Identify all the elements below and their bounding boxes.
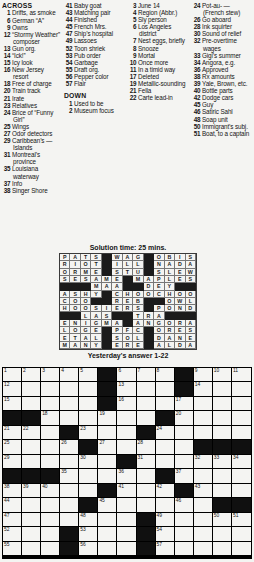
clue-text: Irate [12, 95, 24, 102]
clue-number: 44 [64, 16, 74, 23]
clue-text: Caribbean’s — Islands [12, 137, 52, 151]
puzzle-cell[interactable]: 49 [156, 513, 175, 527]
clue-text: Icy look [12, 59, 33, 66]
clue-item: 9Owns [2, 24, 61, 31]
puzzle-cell[interactable] [41, 542, 60, 556]
clue-number: 54 [64, 59, 74, 66]
clue-number: 51 [192, 130, 202, 137]
clue-text: Immigrant’s subj. [202, 123, 248, 130]
solution-letter-cell: R [144, 312, 154, 319]
puzzle-cell[interactable] [194, 513, 213, 527]
puzzle-cell[interactable]: 31 [137, 455, 156, 469]
puzzle-cell[interactable] [175, 440, 194, 454]
solution-letter-cell: L [165, 276, 175, 283]
puzzle-cell[interactable] [98, 426, 117, 440]
clue-item: 9Mortal [128, 52, 189, 59]
puzzle-cell[interactable]: 40 [41, 484, 60, 498]
clue-text: Louisiana waterway [12, 165, 39, 179]
puzzle-cell[interactable]: 23 [79, 426, 98, 440]
solution-letter-cell: G [81, 327, 91, 334]
puzzle-cell[interactable] [60, 411, 79, 425]
clue-number: 24 [192, 2, 202, 9]
cell-number: 52 [4, 527, 9, 533]
puzzle-cell[interactable] [41, 527, 60, 541]
puzzle-cell[interactable] [79, 382, 98, 396]
solution-letter-cell: S [60, 276, 70, 283]
clue-item: 23Relatives [2, 102, 61, 109]
solution-letter-cell: H [123, 291, 133, 298]
puzzle-cell[interactable] [137, 484, 156, 498]
clue-text: “Ick!” [12, 52, 25, 59]
solution-letter-cell: O [175, 291, 185, 298]
puzzle-cell[interactable] [137, 397, 156, 411]
clue-number: 33 [192, 52, 202, 59]
puzzle-cell[interactable] [194, 397, 213, 411]
clue-item: 45French Mrs. [64, 23, 125, 30]
cell-number: 13 [118, 382, 123, 388]
puzzle-cell[interactable] [213, 382, 232, 396]
clue-text: Toon shriek [74, 45, 105, 52]
puzzle-cell[interactable]: 15 [3, 397, 22, 411]
puzzle-cell[interactable] [232, 484, 251, 498]
solution-letter-cell: H [60, 305, 70, 312]
puzzle-cell[interactable] [194, 527, 213, 541]
solution-letter-cell: O [81, 261, 91, 268]
solution-letter-cell: R [175, 320, 185, 327]
solution-black-cell [144, 254, 154, 261]
solution-letter-cell: E [112, 276, 122, 283]
cell-number: 19 [99, 411, 104, 417]
puzzle-cell[interactable] [60, 382, 79, 396]
puzzle-cell[interactable]: 1 [3, 368, 22, 382]
puzzle-cell[interactable]: 3 [41, 368, 60, 382]
puzzle-cell[interactable] [232, 426, 251, 440]
clue-item: 3June 14 [128, 2, 189, 9]
puzzle-cell[interactable] [137, 382, 156, 396]
puzzle-cell[interactable]: 48 [79, 513, 98, 527]
puzzle-cell[interactable] [98, 469, 117, 483]
clue-text: Info [12, 180, 22, 187]
clue-text: Draft org. [74, 66, 99, 73]
clue-text: Finished [74, 16, 97, 23]
puzzle-cell[interactable]: 32 [194, 455, 213, 469]
solution-letter-cell: A [70, 254, 80, 261]
puzzle-cell[interactable] [156, 382, 175, 396]
puzzle-cell[interactable] [194, 542, 213, 556]
solution-letter-cell: E [70, 276, 80, 283]
clue-number: 19 [128, 80, 138, 87]
puzzle-cell[interactable]: 43 [194, 484, 213, 498]
solution-letter-cell: L [186, 298, 196, 305]
puzzle-cell[interactable] [232, 469, 251, 483]
clue-number: 13 [2, 45, 12, 52]
clue-text: Bottle parts [202, 87, 233, 94]
black-cell [22, 469, 41, 483]
clue-item: 51Boat, to a captain [192, 130, 252, 137]
solution-letter-cell: A [123, 254, 133, 261]
solution-letter-cell: R [70, 269, 80, 276]
puzzle-cell[interactable]: 25 [3, 440, 22, 454]
puzzle-cell[interactable] [41, 455, 60, 469]
puzzle-cell[interactable]: 30 [79, 455, 98, 469]
puzzle-cell[interactable]: 19 [98, 411, 117, 425]
puzzle-cell[interactable]: 6 [117, 368, 136, 382]
puzzle-cell[interactable] [213, 411, 232, 425]
puzzle-cell[interactable]: 46 [175, 498, 194, 512]
black-cell [3, 469, 22, 483]
solution-letter-cell: L [133, 334, 143, 341]
black-cell [194, 440, 213, 454]
solution-letter-cell: M [133, 276, 143, 283]
clue-number: 45 [192, 101, 202, 108]
solution-letter-cell: M [81, 269, 91, 276]
clue-text: Yale, Brown, etc. [202, 80, 247, 87]
puzzle-cell[interactable] [22, 498, 41, 512]
solution-letter-cell: R [123, 342, 133, 349]
puzzle-cell[interactable] [41, 513, 60, 527]
cell-number: 56 [80, 542, 85, 548]
puzzle-cell[interactable]: 14 [194, 382, 213, 396]
puzzle-cell[interactable] [137, 469, 156, 483]
cell-number: 7 [138, 368, 141, 374]
cell-number: 8 [157, 368, 160, 374]
clue-text: Once more [138, 59, 168, 66]
puzzle-cell[interactable]: 18 [41, 411, 60, 425]
clue-number: 2 [64, 107, 74, 114]
puzzle-cell[interactable] [60, 498, 79, 512]
cell-number: 27 [99, 440, 104, 446]
clue-item: 38Rx amounts [192, 73, 252, 80]
puzzle-cell[interactable]: 35 [60, 469, 79, 483]
solution-black-cell [102, 334, 112, 341]
clue-number: 6 [2, 17, 12, 24]
clue-number: 46 [192, 108, 202, 115]
puzzle-cell[interactable]: 28 [137, 440, 156, 454]
puzzle-cell[interactable]: 39 [22, 484, 41, 498]
cell-number: 6 [118, 368, 121, 374]
clue-text: Satiric Sahl [202, 108, 233, 115]
puzzle-cell[interactable] [60, 484, 79, 498]
puzzle-cell[interactable]: 54 [156, 527, 175, 541]
solution-black-cell [102, 261, 112, 268]
puzzle-cell[interactable] [232, 542, 251, 556]
puzzle-cell[interactable] [79, 411, 98, 425]
puzzle-cell[interactable] [41, 426, 60, 440]
puzzle-cell[interactable] [41, 397, 60, 411]
puzzle-cell[interactable]: 9 [194, 368, 213, 382]
cell-number: 12 [4, 382, 9, 388]
solution-letter-cell: N [144, 320, 154, 327]
puzzle-cell[interactable] [175, 513, 194, 527]
solution-letter-cell: O [60, 269, 70, 276]
cell-number: 2 [23, 368, 26, 374]
puzzle-cell[interactable]: 56 [79, 542, 98, 556]
puzzle-cell[interactable] [117, 513, 136, 527]
solution-black-cell [102, 291, 112, 298]
puzzle-cell[interactable]: 33 [213, 455, 232, 469]
puzzle-cell[interactable] [117, 426, 136, 440]
clue-text: Soap unit [202, 116, 228, 123]
puzzle-cell[interactable]: 24 [156, 426, 175, 440]
puzzle-cell[interactable] [60, 455, 79, 469]
puzzle-cell[interactable] [117, 411, 136, 425]
cell-number: 26 [61, 440, 66, 446]
puzzle-cell[interactable]: 44 [3, 498, 22, 512]
cell-number: 37 [176, 469, 181, 475]
puzzle-cell[interactable] [194, 469, 213, 483]
puzzle-cell[interactable]: 20 [175, 411, 194, 425]
puzzle-cell[interactable] [232, 527, 251, 541]
solution-letter-cell: T [70, 334, 80, 341]
puzzle-cell[interactable]: 47 [3, 513, 22, 527]
clue-item: 47Ship’s hospital [64, 30, 125, 37]
puzzle-cell[interactable] [117, 527, 136, 541]
solution-black-cell [144, 261, 154, 268]
puzzle-cell[interactable]: 53 [79, 527, 98, 541]
yesterday-answer-label: Yesterday's answer 1-22 [57, 351, 199, 360]
solution-letter-cell: H [165, 291, 175, 298]
puzzle-cell[interactable] [156, 455, 175, 469]
clue-number: 52 [64, 45, 74, 52]
solution-letter-cell: I [81, 320, 91, 327]
puzzle-cell[interactable] [175, 527, 194, 541]
puzzle-cell[interactable] [137, 498, 156, 512]
clue-item: 55Draft org. [64, 66, 125, 73]
puzzle-cell[interactable]: 8 [156, 368, 175, 382]
clue-number: 24 [2, 109, 12, 116]
puzzle-cell[interactable] [117, 498, 136, 512]
clue-text: Mortal [138, 52, 155, 59]
black-cell [232, 498, 251, 512]
puzzle-cell[interactable] [175, 542, 194, 556]
solution-letter-cell: M [102, 276, 112, 283]
puzzle-cell[interactable]: 36 [117, 469, 136, 483]
solution-grid: PATSWAGOBISRIOTILLNADAORMESTUSLEWSESAMEM… [59, 253, 197, 350]
clue-number: 31 [2, 151, 12, 158]
clue-column-down-2: 24Pot-au- — (French stew)26Go aboard28In… [192, 2, 252, 137]
solution-letter-cell: E [60, 320, 70, 327]
puzzle-cell[interactable] [232, 411, 251, 425]
puzzle-cell[interactable] [213, 469, 232, 483]
puzzle-cell[interactable]: 4 [60, 368, 79, 382]
puzzle-cell[interactable] [41, 498, 60, 512]
puzzle-cell[interactable] [213, 542, 232, 556]
puzzle-cell[interactable]: 57 [156, 542, 175, 556]
puzzle-cell[interactable]: 29 [3, 455, 22, 469]
clue-item: 45Guy [192, 101, 252, 108]
clue-item: 33Gigi’s summer [192, 52, 252, 59]
solution-letter-cell: L [123, 261, 133, 268]
puzzle-cell[interactable] [22, 397, 41, 411]
solution-letter-cell: A [186, 261, 196, 268]
puzzle-cell[interactable] [79, 469, 98, 483]
puzzle-cell[interactable]: 34 [232, 455, 251, 469]
puzzle-cell[interactable] [22, 513, 41, 527]
solution-letter-cell: S [91, 254, 101, 261]
puzzle-cell[interactable] [98, 542, 117, 556]
puzzle-cell[interactable] [194, 498, 213, 512]
clue-item: 50Immigrant’s subj. [192, 123, 252, 130]
cell-number: 15 [4, 397, 9, 403]
puzzle-cell[interactable]: 42 [156, 484, 175, 498]
puzzle-cell[interactable]: 21 [3, 426, 22, 440]
puzzle-cell[interactable]: 7 [137, 368, 156, 382]
solution-letter-cell: I [112, 261, 122, 268]
black-cell [98, 484, 117, 498]
solution-letter-cell: P [60, 254, 70, 261]
puzzle-cell[interactable] [22, 440, 41, 454]
black-cell [137, 542, 156, 556]
clue-number: 10 [128, 59, 138, 66]
solution-black-cell [186, 283, 196, 290]
clue-number: 26 [192, 16, 202, 23]
puzzle-cell[interactable] [213, 426, 232, 440]
clue-number: 25 [2, 123, 12, 130]
puzzle-cell[interactable] [156, 498, 175, 512]
solution-letter-cell: E [112, 305, 122, 312]
solution-letter-cell: O [165, 320, 175, 327]
puzzle-cell[interactable] [98, 527, 117, 541]
puzzle-cell[interactable] [22, 527, 41, 541]
solution-letter-cell: D [175, 342, 185, 349]
black-cell [98, 397, 117, 411]
puzzle-cell[interactable] [98, 513, 117, 527]
puzzle-cell[interactable] [175, 455, 194, 469]
clue-item: 5Sly person [128, 16, 189, 23]
puzzle-cell[interactable]: 37 [175, 469, 194, 483]
puzzle-cell[interactable] [194, 426, 213, 440]
clue-number: 4 [128, 9, 138, 16]
clue-item: 56Pepper color [64, 73, 125, 80]
puzzle-cell[interactable] [98, 455, 117, 469]
solution-letter-cell: P [154, 305, 164, 312]
clue-item: 28Ink squirter [192, 23, 252, 30]
clue-text: June 14 [138, 2, 160, 9]
clue-item: 17Deleted [128, 73, 189, 80]
clue-number: 29 [2, 137, 12, 144]
clue-number: 53 [64, 52, 74, 59]
puzzle-cell[interactable] [175, 426, 194, 440]
puzzle-cell[interactable]: 10 [213, 368, 232, 382]
cell-number: 20 [176, 411, 181, 417]
clue-number: 11 [128, 66, 138, 73]
clue-text: Dodge cars [202, 94, 233, 101]
clue-text: Pub order [74, 52, 101, 59]
solution-letter-cell: C [154, 291, 164, 298]
puzzle-cell[interactable] [213, 484, 232, 498]
cell-number: 47 [4, 513, 9, 519]
black-cell [175, 484, 194, 498]
puzzle-cell[interactable]: 13 [117, 382, 136, 396]
puzzle-cell[interactable]: 55 [3, 542, 22, 556]
solution-letter-cell: E [123, 298, 133, 305]
puzzle-cell[interactable]: 17 [175, 397, 194, 411]
puzzle-cell[interactable]: 2 [22, 368, 41, 382]
solution-black-cell [123, 320, 133, 327]
puzzle-cell[interactable] [41, 382, 60, 396]
clue-number: 56 [64, 73, 74, 80]
puzzle-cell[interactable] [22, 455, 41, 469]
black-cell [156, 411, 175, 425]
solution-letter-cell: I [70, 261, 80, 268]
puzzle-cell[interactable] [156, 440, 175, 454]
puzzle-cell[interactable] [117, 542, 136, 556]
clue-text: Museum focus [74, 107, 114, 114]
clue-item: 54Garbage [64, 59, 125, 66]
puzzle-cell[interactable] [213, 397, 232, 411]
clue-item: 29Caribbean’s — Islands [2, 137, 61, 151]
puzzle-cell[interactable] [117, 440, 136, 454]
puzzle-cell[interactable] [60, 397, 79, 411]
solution-letter-cell: M [60, 342, 70, 349]
clue-text: Ink squirter [202, 23, 232, 30]
clue-item: 24Pot-au- — (French stew) [192, 2, 252, 16]
clue-item: 36Approved [192, 66, 252, 73]
solution-black-cell [123, 276, 133, 283]
solution-letter-cell: E [91, 327, 101, 334]
clue-number: 38 [192, 73, 202, 80]
solution-letter-cell: I [102, 305, 112, 312]
puzzle-cell[interactable]: 16 [117, 397, 136, 411]
clue-text: Pre-overtime wages [202, 37, 237, 51]
solution-letter-cell: S [81, 276, 91, 283]
puzzle-cell[interactable] [232, 382, 251, 396]
puzzle-cell[interactable] [156, 397, 175, 411]
puzzle-cell[interactable] [41, 440, 60, 454]
puzzle-cell[interactable]: 22 [22, 426, 41, 440]
clue-number: 30 [192, 30, 202, 37]
cell-number: 40 [42, 484, 47, 490]
clue-number: 23 [2, 102, 12, 109]
clue-text: Garbage [74, 59, 98, 66]
solution-letter-cell: O [81, 305, 91, 312]
clue-number: 38 [2, 187, 12, 194]
puzzle-cell[interactable]: 27 [98, 440, 117, 454]
solution-letter-cell: S [112, 269, 122, 276]
solution-letter-cell: C [60, 298, 70, 305]
puzzle-cell[interactable]: 12 [3, 382, 22, 396]
puzzle-cell[interactable]: 5 [79, 368, 98, 382]
puzzle-cell[interactable] [79, 484, 98, 498]
puzzle-cell[interactable] [60, 513, 79, 527]
puzzle-cell[interactable] [137, 411, 156, 425]
puzzle-cell[interactable]: 52 [3, 527, 22, 541]
clue-number: 39 [192, 80, 202, 87]
puzzle-cell[interactable]: 41 [117, 484, 136, 498]
cell-number: 1 [4, 368, 7, 374]
puzzle-cell[interactable]: 45 [98, 498, 117, 512]
puzzle-cell[interactable] [232, 397, 251, 411]
puzzle-grid[interactable]: 1234567891011121314151617181920212223242… [2, 367, 252, 559]
clue-number: 37 [2, 180, 12, 187]
solution-letter-cell: O [123, 334, 133, 341]
puzzle-cell[interactable] [79, 397, 98, 411]
clue-number: 48 [192, 116, 202, 123]
puzzle-cell[interactable] [22, 542, 41, 556]
puzzle-cell[interactable]: 26 [60, 440, 79, 454]
puzzle-cell[interactable] [213, 527, 232, 541]
puzzle-cell[interactable] [194, 411, 213, 425]
clue-item: 2Museum focus [64, 107, 125, 114]
cell-number: 39 [23, 484, 28, 490]
puzzle-cell[interactable]: 50 [213, 513, 232, 527]
puzzle-cell[interactable] [22, 382, 41, 396]
clue-number: 55 [64, 66, 74, 73]
cell-number: 17 [176, 397, 181, 403]
puzzle-cell[interactable]: 38 [3, 484, 22, 498]
puzzle-cell[interactable]: 51 [232, 513, 251, 527]
puzzle-cell[interactable]: 11 [232, 368, 251, 382]
